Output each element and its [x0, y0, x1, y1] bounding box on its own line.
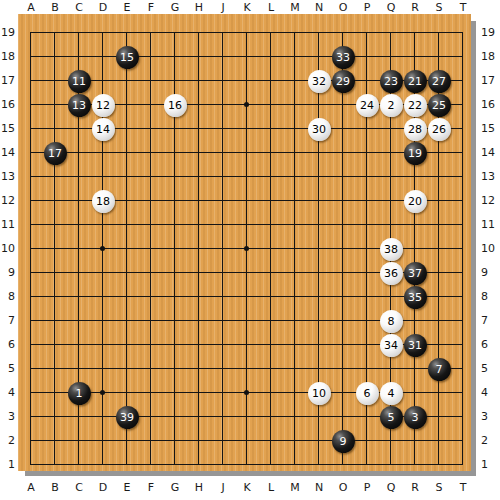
intersection-G4[interactable] — [163, 381, 187, 405]
intersection-A16[interactable] — [19, 93, 43, 117]
intersection-F10[interactable] — [139, 237, 163, 261]
intersection-H6[interactable] — [187, 333, 211, 357]
intersection-T6[interactable] — [451, 333, 475, 357]
intersection-J2[interactable] — [211, 429, 235, 453]
intersection-G9[interactable] — [163, 261, 187, 285]
intersection-K12[interactable] — [235, 189, 259, 213]
intersection-G16[interactable]: 16 — [163, 93, 187, 117]
intersection-Q16[interactable]: 2 — [379, 93, 403, 117]
intersection-B16[interactable] — [43, 93, 67, 117]
intersection-M9[interactable] — [283, 261, 307, 285]
intersection-R1[interactable] — [403, 453, 427, 477]
intersection-Q8[interactable] — [379, 285, 403, 309]
intersection-N7[interactable] — [307, 309, 331, 333]
intersection-D19[interactable] — [91, 21, 115, 45]
intersection-T3[interactable] — [451, 405, 475, 429]
intersection-H4[interactable] — [187, 381, 211, 405]
intersection-L1[interactable] — [259, 453, 283, 477]
intersection-J17[interactable] — [211, 69, 235, 93]
intersection-N17[interactable]: 32 — [307, 69, 331, 93]
intersection-J6[interactable] — [211, 333, 235, 357]
intersection-S14[interactable] — [427, 141, 451, 165]
intersection-S5[interactable]: 7 — [427, 357, 451, 381]
intersection-E17[interactable] — [115, 69, 139, 93]
intersection-B11[interactable] — [43, 213, 67, 237]
intersection-B10[interactable] — [43, 237, 67, 261]
intersection-S8[interactable] — [427, 285, 451, 309]
intersection-P11[interactable] — [355, 213, 379, 237]
intersection-C14[interactable] — [67, 141, 91, 165]
intersection-S4[interactable] — [427, 381, 451, 405]
intersection-P10[interactable] — [355, 237, 379, 261]
intersection-T16[interactable] — [451, 93, 475, 117]
intersection-D1[interactable] — [91, 453, 115, 477]
intersection-O3[interactable] — [331, 405, 355, 429]
intersection-A5[interactable] — [19, 357, 43, 381]
intersection-F5[interactable] — [139, 357, 163, 381]
intersection-Q12[interactable] — [379, 189, 403, 213]
intersection-T14[interactable] — [451, 141, 475, 165]
intersection-H9[interactable] — [187, 261, 211, 285]
intersection-C5[interactable] — [67, 357, 91, 381]
intersection-B7[interactable] — [43, 309, 67, 333]
intersection-K8[interactable] — [235, 285, 259, 309]
intersection-S2[interactable] — [427, 429, 451, 453]
intersection-C17[interactable]: 11 — [67, 69, 91, 93]
intersection-L17[interactable] — [259, 69, 283, 93]
intersection-S12[interactable] — [427, 189, 451, 213]
intersection-A14[interactable] — [19, 141, 43, 165]
intersection-S13[interactable] — [427, 165, 451, 189]
intersection-A7[interactable] — [19, 309, 43, 333]
intersection-Q14[interactable] — [379, 141, 403, 165]
intersection-M7[interactable] — [283, 309, 307, 333]
intersection-Q6[interactable]: 34 — [379, 333, 403, 357]
intersection-P15[interactable] — [355, 117, 379, 141]
intersection-Q10[interactable]: 38 — [379, 237, 403, 261]
intersection-M18[interactable] — [283, 45, 307, 69]
intersection-E11[interactable] — [115, 213, 139, 237]
intersection-C7[interactable] — [67, 309, 91, 333]
intersection-H7[interactable] — [187, 309, 211, 333]
intersection-H1[interactable] — [187, 453, 211, 477]
intersection-S11[interactable] — [427, 213, 451, 237]
intersection-M11[interactable] — [283, 213, 307, 237]
intersection-J18[interactable] — [211, 45, 235, 69]
intersection-T4[interactable] — [451, 381, 475, 405]
intersection-J13[interactable] — [211, 165, 235, 189]
intersection-E13[interactable] — [115, 165, 139, 189]
intersection-D2[interactable] — [91, 429, 115, 453]
intersection-D7[interactable] — [91, 309, 115, 333]
intersection-B1[interactable] — [43, 453, 67, 477]
intersection-N13[interactable] — [307, 165, 331, 189]
intersection-E7[interactable] — [115, 309, 139, 333]
intersection-C8[interactable] — [67, 285, 91, 309]
intersection-D4[interactable] — [91, 381, 115, 405]
intersection-H16[interactable] — [187, 93, 211, 117]
intersection-H3[interactable] — [187, 405, 211, 429]
intersection-J10[interactable] — [211, 237, 235, 261]
intersection-T18[interactable] — [451, 45, 475, 69]
intersection-P14[interactable] — [355, 141, 379, 165]
intersection-K16[interactable] — [235, 93, 259, 117]
intersection-F9[interactable] — [139, 261, 163, 285]
intersection-M16[interactable] — [283, 93, 307, 117]
intersection-O2[interactable]: 9 — [331, 429, 355, 453]
intersection-H15[interactable] — [187, 117, 211, 141]
intersection-Q18[interactable] — [379, 45, 403, 69]
intersection-J4[interactable] — [211, 381, 235, 405]
intersection-C2[interactable] — [67, 429, 91, 453]
intersection-P18[interactable] — [355, 45, 379, 69]
intersection-L4[interactable] — [259, 381, 283, 405]
intersection-B14[interactable]: 17 — [43, 141, 67, 165]
intersection-S19[interactable] — [427, 21, 451, 45]
intersection-E19[interactable] — [115, 21, 139, 45]
intersection-R7[interactable] — [403, 309, 427, 333]
intersection-Q2[interactable] — [379, 429, 403, 453]
intersection-C13[interactable] — [67, 165, 91, 189]
intersection-P13[interactable] — [355, 165, 379, 189]
intersection-B5[interactable] — [43, 357, 67, 381]
intersection-O10[interactable] — [331, 237, 355, 261]
intersection-G18[interactable] — [163, 45, 187, 69]
intersection-T15[interactable] — [451, 117, 475, 141]
intersection-T13[interactable] — [451, 165, 475, 189]
intersection-F8[interactable] — [139, 285, 163, 309]
intersection-H13[interactable] — [187, 165, 211, 189]
intersection-S17[interactable]: 27 — [427, 69, 451, 93]
intersection-L3[interactable] — [259, 405, 283, 429]
intersection-A12[interactable] — [19, 189, 43, 213]
intersection-B15[interactable] — [43, 117, 67, 141]
intersection-B8[interactable] — [43, 285, 67, 309]
intersection-N14[interactable] — [307, 141, 331, 165]
intersection-P6[interactable] — [355, 333, 379, 357]
intersection-J11[interactable] — [211, 213, 235, 237]
intersection-L14[interactable] — [259, 141, 283, 165]
intersection-H2[interactable] — [187, 429, 211, 453]
intersection-A10[interactable] — [19, 237, 43, 261]
intersection-Q11[interactable] — [379, 213, 403, 237]
intersection-N12[interactable] — [307, 189, 331, 213]
intersection-S9[interactable] — [427, 261, 451, 285]
intersection-B17[interactable] — [43, 69, 67, 93]
intersection-N16[interactable] — [307, 93, 331, 117]
intersection-L16[interactable] — [259, 93, 283, 117]
intersection-M17[interactable] — [283, 69, 307, 93]
intersection-F16[interactable] — [139, 93, 163, 117]
intersection-M6[interactable] — [283, 333, 307, 357]
intersection-E14[interactable] — [115, 141, 139, 165]
intersection-P17[interactable] — [355, 69, 379, 93]
intersection-E10[interactable] — [115, 237, 139, 261]
intersection-N5[interactable] — [307, 357, 331, 381]
intersection-R10[interactable] — [403, 237, 427, 261]
intersection-B3[interactable] — [43, 405, 67, 429]
intersection-B2[interactable] — [43, 429, 67, 453]
intersection-Q17[interactable]: 23 — [379, 69, 403, 93]
intersection-D11[interactable] — [91, 213, 115, 237]
intersection-L7[interactable] — [259, 309, 283, 333]
intersection-J19[interactable] — [211, 21, 235, 45]
intersection-T9[interactable] — [451, 261, 475, 285]
intersection-R19[interactable] — [403, 21, 427, 45]
intersection-Q5[interactable] — [379, 357, 403, 381]
intersection-S1[interactable] — [427, 453, 451, 477]
intersection-G13[interactable] — [163, 165, 187, 189]
intersection-J14[interactable] — [211, 141, 235, 165]
intersection-K9[interactable] — [235, 261, 259, 285]
intersection-Q9[interactable]: 36 — [379, 261, 403, 285]
intersection-A17[interactable] — [19, 69, 43, 93]
intersection-F13[interactable] — [139, 165, 163, 189]
intersection-M1[interactable] — [283, 453, 307, 477]
intersection-N18[interactable] — [307, 45, 331, 69]
intersection-P2[interactable] — [355, 429, 379, 453]
intersection-E12[interactable] — [115, 189, 139, 213]
intersection-Q4[interactable]: 4 — [379, 381, 403, 405]
intersection-F12[interactable] — [139, 189, 163, 213]
intersection-L10[interactable] — [259, 237, 283, 261]
intersection-J3[interactable] — [211, 405, 235, 429]
intersection-O5[interactable] — [331, 357, 355, 381]
intersection-L13[interactable] — [259, 165, 283, 189]
intersection-K4[interactable] — [235, 381, 259, 405]
intersection-A4[interactable] — [19, 381, 43, 405]
intersection-G2[interactable] — [163, 429, 187, 453]
intersection-E2[interactable] — [115, 429, 139, 453]
intersection-M2[interactable] — [283, 429, 307, 453]
intersection-R4[interactable] — [403, 381, 427, 405]
intersection-R17[interactable]: 21 — [403, 69, 427, 93]
intersection-P5[interactable] — [355, 357, 379, 381]
intersection-C18[interactable] — [67, 45, 91, 69]
intersection-D5[interactable] — [91, 357, 115, 381]
intersection-T5[interactable] — [451, 357, 475, 381]
intersection-N4[interactable]: 10 — [307, 381, 331, 405]
intersection-D10[interactable] — [91, 237, 115, 261]
intersection-O16[interactable] — [331, 93, 355, 117]
intersection-E9[interactable] — [115, 261, 139, 285]
intersection-B12[interactable] — [43, 189, 67, 213]
intersection-B9[interactable] — [43, 261, 67, 285]
intersection-G14[interactable] — [163, 141, 187, 165]
intersection-J9[interactable] — [211, 261, 235, 285]
intersection-T19[interactable] — [451, 21, 475, 45]
intersection-R15[interactable]: 28 — [403, 117, 427, 141]
intersection-G12[interactable] — [163, 189, 187, 213]
intersection-S16[interactable]: 25 — [427, 93, 451, 117]
intersection-F6[interactable] — [139, 333, 163, 357]
intersection-G3[interactable] — [163, 405, 187, 429]
intersection-N15[interactable]: 30 — [307, 117, 331, 141]
intersection-D17[interactable] — [91, 69, 115, 93]
intersection-L9[interactable] — [259, 261, 283, 285]
intersection-H11[interactable] — [187, 213, 211, 237]
intersection-L5[interactable] — [259, 357, 283, 381]
intersection-M3[interactable] — [283, 405, 307, 429]
intersection-A15[interactable] — [19, 117, 43, 141]
intersection-K11[interactable] — [235, 213, 259, 237]
intersection-K13[interactable] — [235, 165, 259, 189]
intersection-D12[interactable]: 18 — [91, 189, 115, 213]
intersection-O1[interactable] — [331, 453, 355, 477]
intersection-T11[interactable] — [451, 213, 475, 237]
intersection-E16[interactable] — [115, 93, 139, 117]
intersection-A11[interactable] — [19, 213, 43, 237]
intersection-A13[interactable] — [19, 165, 43, 189]
intersection-M14[interactable] — [283, 141, 307, 165]
intersection-P16[interactable]: 24 — [355, 93, 379, 117]
intersection-L18[interactable] — [259, 45, 283, 69]
intersection-L15[interactable] — [259, 117, 283, 141]
intersection-C1[interactable] — [67, 453, 91, 477]
intersection-J1[interactable] — [211, 453, 235, 477]
intersection-D15[interactable]: 14 — [91, 117, 115, 141]
intersection-J12[interactable] — [211, 189, 235, 213]
intersection-C19[interactable] — [67, 21, 91, 45]
intersection-K7[interactable] — [235, 309, 259, 333]
intersection-O7[interactable] — [331, 309, 355, 333]
intersection-K5[interactable] — [235, 357, 259, 381]
intersection-R16[interactable]: 22 — [403, 93, 427, 117]
intersection-O19[interactable] — [331, 21, 355, 45]
intersection-R6[interactable]: 31 — [403, 333, 427, 357]
intersection-B13[interactable] — [43, 165, 67, 189]
intersection-H12[interactable] — [187, 189, 211, 213]
intersection-S15[interactable]: 26 — [427, 117, 451, 141]
intersection-C11[interactable] — [67, 213, 91, 237]
intersection-A1[interactable] — [19, 453, 43, 477]
intersection-P19[interactable] — [355, 21, 379, 45]
intersection-C6[interactable] — [67, 333, 91, 357]
intersection-F15[interactable] — [139, 117, 163, 141]
intersection-A18[interactable] — [19, 45, 43, 69]
intersection-P3[interactable] — [355, 405, 379, 429]
intersection-L12[interactable] — [259, 189, 283, 213]
intersection-K15[interactable] — [235, 117, 259, 141]
intersection-R13[interactable] — [403, 165, 427, 189]
intersection-M15[interactable] — [283, 117, 307, 141]
intersection-R2[interactable] — [403, 429, 427, 453]
intersection-O12[interactable] — [331, 189, 355, 213]
intersection-L6[interactable] — [259, 333, 283, 357]
intersection-T12[interactable] — [451, 189, 475, 213]
intersection-B6[interactable] — [43, 333, 67, 357]
intersection-M8[interactable] — [283, 285, 307, 309]
intersection-E1[interactable] — [115, 453, 139, 477]
intersection-C9[interactable] — [67, 261, 91, 285]
intersection-N8[interactable] — [307, 285, 331, 309]
intersection-F19[interactable] — [139, 21, 163, 45]
intersection-E3[interactable]: 39 — [115, 405, 139, 429]
intersection-R18[interactable] — [403, 45, 427, 69]
intersection-D13[interactable] — [91, 165, 115, 189]
intersection-K10[interactable] — [235, 237, 259, 261]
intersection-C3[interactable] — [67, 405, 91, 429]
intersection-T2[interactable] — [451, 429, 475, 453]
intersection-J5[interactable] — [211, 357, 235, 381]
intersection-R12[interactable]: 20 — [403, 189, 427, 213]
intersection-K19[interactable] — [235, 21, 259, 45]
intersection-D18[interactable] — [91, 45, 115, 69]
intersection-O13[interactable] — [331, 165, 355, 189]
intersection-M4[interactable] — [283, 381, 307, 405]
intersection-C4[interactable]: 1 — [67, 381, 91, 405]
intersection-K14[interactable] — [235, 141, 259, 165]
intersection-G8[interactable] — [163, 285, 187, 309]
intersection-A3[interactable] — [19, 405, 43, 429]
intersection-F11[interactable] — [139, 213, 163, 237]
intersection-Q1[interactable] — [379, 453, 403, 477]
intersection-D3[interactable] — [91, 405, 115, 429]
intersection-H8[interactable] — [187, 285, 211, 309]
intersection-D14[interactable] — [91, 141, 115, 165]
intersection-N2[interactable] — [307, 429, 331, 453]
intersection-E6[interactable] — [115, 333, 139, 357]
intersection-K2[interactable] — [235, 429, 259, 453]
intersection-F1[interactable] — [139, 453, 163, 477]
intersection-O8[interactable] — [331, 285, 355, 309]
intersection-C16[interactable]: 13 — [67, 93, 91, 117]
intersection-R11[interactable] — [403, 213, 427, 237]
intersection-M12[interactable] — [283, 189, 307, 213]
intersection-N19[interactable] — [307, 21, 331, 45]
intersection-O15[interactable] — [331, 117, 355, 141]
intersection-N10[interactable] — [307, 237, 331, 261]
intersection-C12[interactable] — [67, 189, 91, 213]
intersection-T17[interactable] — [451, 69, 475, 93]
intersection-H14[interactable] — [187, 141, 211, 165]
intersection-M5[interactable] — [283, 357, 307, 381]
intersection-B18[interactable] — [43, 45, 67, 69]
intersection-A2[interactable] — [19, 429, 43, 453]
intersection-G5[interactable] — [163, 357, 187, 381]
intersection-P12[interactable] — [355, 189, 379, 213]
intersection-E5[interactable] — [115, 357, 139, 381]
intersection-T10[interactable] — [451, 237, 475, 261]
intersection-K18[interactable] — [235, 45, 259, 69]
intersection-F17[interactable] — [139, 69, 163, 93]
intersection-E18[interactable]: 15 — [115, 45, 139, 69]
intersection-H19[interactable] — [187, 21, 211, 45]
intersection-R5[interactable] — [403, 357, 427, 381]
intersection-G19[interactable] — [163, 21, 187, 45]
intersection-G1[interactable] — [163, 453, 187, 477]
intersection-M10[interactable] — [283, 237, 307, 261]
intersection-N11[interactable] — [307, 213, 331, 237]
intersection-K6[interactable] — [235, 333, 259, 357]
intersection-S7[interactable] — [427, 309, 451, 333]
intersection-K1[interactable] — [235, 453, 259, 477]
intersection-O18[interactable]: 33 — [331, 45, 355, 69]
intersection-O17[interactable]: 29 — [331, 69, 355, 93]
intersection-H10[interactable] — [187, 237, 211, 261]
intersection-G17[interactable] — [163, 69, 187, 93]
intersection-R14[interactable]: 19 — [403, 141, 427, 165]
intersection-D9[interactable] — [91, 261, 115, 285]
intersection-F3[interactable] — [139, 405, 163, 429]
intersection-P4[interactable]: 6 — [355, 381, 379, 405]
intersection-H5[interactable] — [187, 357, 211, 381]
intersection-Q3[interactable]: 5 — [379, 405, 403, 429]
intersection-P7[interactable] — [355, 309, 379, 333]
intersection-Q7[interactable]: 8 — [379, 309, 403, 333]
intersection-A9[interactable] — [19, 261, 43, 285]
intersection-N6[interactable] — [307, 333, 331, 357]
